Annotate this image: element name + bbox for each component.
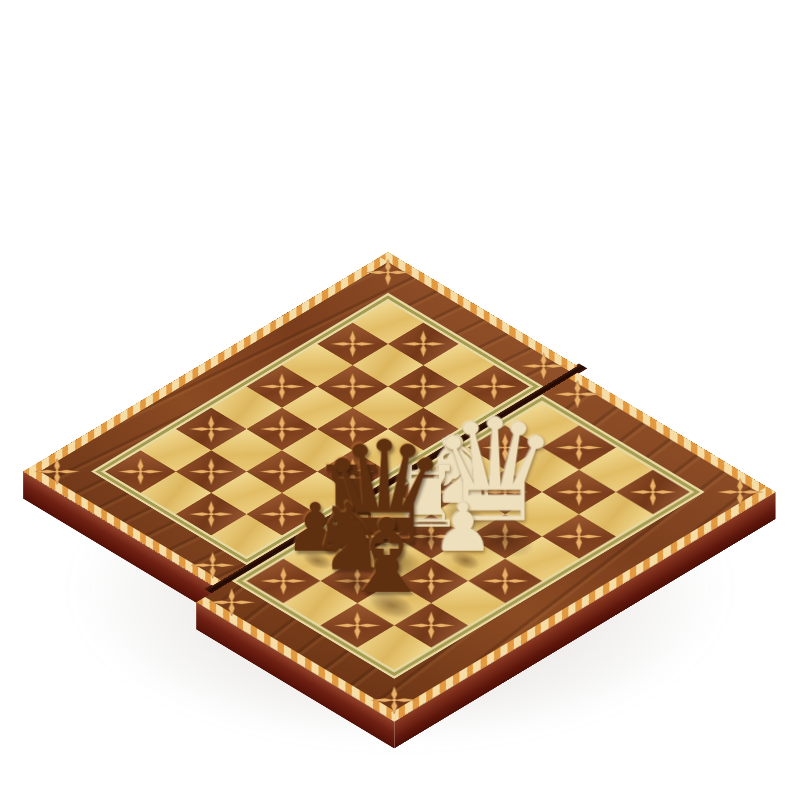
black-bishop[interactable]: ♝ [308, 505, 465, 608]
star-inlay [256, 414, 307, 445]
product-photo-scene: ♞♛♜♟♜♛♟♞♝ [0, 0, 800, 800]
star-inlay [186, 499, 237, 530]
star-inlay [478, 565, 531, 597]
square-b8[interactable] [388, 323, 459, 366]
star-inlay [327, 371, 378, 402]
square-a2[interactable] [141, 429, 212, 472]
square-a8[interactable] [353, 301, 424, 344]
square-h8[interactable] [616, 470, 690, 514]
star-inlay [115, 456, 166, 487]
square-b1[interactable] [141, 472, 212, 515]
star-inlay [405, 609, 458, 641]
square-g8[interactable] [579, 448, 653, 492]
square-h1[interactable] [357, 625, 431, 669]
square-b7[interactable] [353, 344, 424, 387]
square-c8[interactable] [423, 344, 494, 387]
star-inlay [256, 371, 307, 402]
star-inlay [398, 329, 449, 360]
square-a4[interactable] [211, 386, 282, 429]
square-a6[interactable] [282, 344, 353, 387]
square-a1[interactable] [105, 450, 176, 493]
square-h7[interactable] [579, 492, 653, 536]
square-a5[interactable] [247, 365, 318, 408]
square-b6[interactable] [317, 365, 388, 408]
star-inlay [331, 609, 384, 641]
square-b3[interactable] [211, 429, 282, 472]
star-inlay [186, 456, 237, 487]
square-a3[interactable] [176, 408, 247, 451]
square-a7[interactable] [317, 323, 388, 366]
star-inlay [626, 476, 679, 508]
star-inlay [186, 414, 237, 445]
square-b2[interactable] [176, 450, 247, 493]
star-inlay [327, 329, 378, 360]
